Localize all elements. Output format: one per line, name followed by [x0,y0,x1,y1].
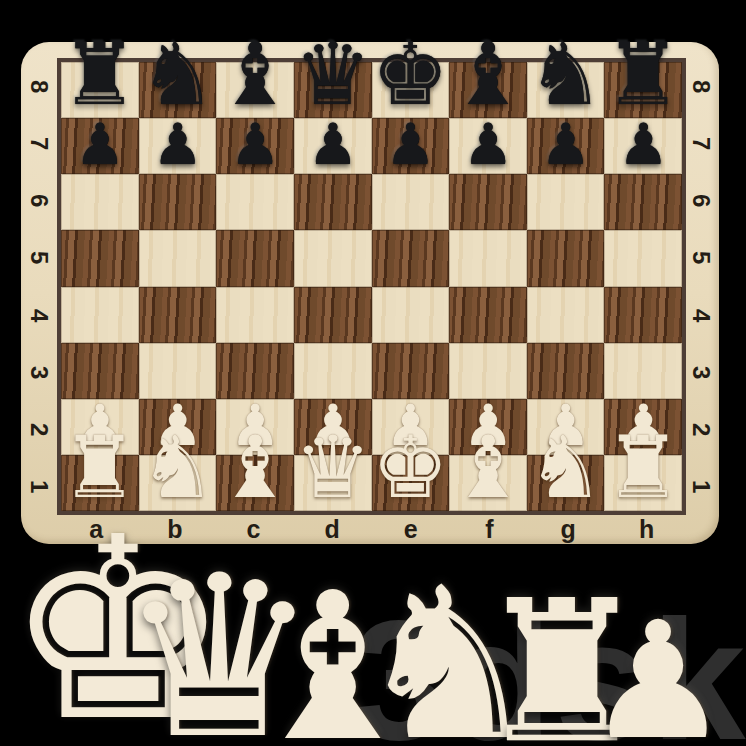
square-a7[interactable]: ♟ [61,118,139,174]
square-e6[interactable] [372,174,450,230]
square-a8[interactable]: ♜ [61,62,139,118]
file-label-f: f [450,515,529,544]
square-g6[interactable] [527,174,605,230]
square-g1[interactable]: ♞ [527,455,605,511]
piece-white-pawn-f2[interactable]: ♟ [462,397,513,454]
chess-board: 87654321 87654321 ♜♞♝♛♚♝♞♜♟♟♟♟♟♟♟♟♟♟♟♟♟♟… [21,42,719,544]
square-h3[interactable] [604,343,682,399]
square-e3[interactable] [372,343,450,399]
piece-black-pawn-c7[interactable]: ♟ [230,116,281,173]
squares-grid: ♜♞♝♛♚♝♞♜♟♟♟♟♟♟♟♟♟♟♟♟♟♟♟♟♜♞♝♛♚♝♞♜ [61,62,682,511]
file-label-e: e [372,515,451,544]
square-d1[interactable]: ♛ [294,455,372,511]
piece-black-rook-a8[interactable]: ♜ [61,31,138,117]
rank-labels-left: 87654321 [21,58,57,515]
square-b7[interactable]: ♟ [139,118,217,174]
square-b8[interactable]: ♞ [139,62,217,118]
piece-black-bishop-f8[interactable]: ♝ [449,31,526,117]
square-d8[interactable]: ♛ [294,62,372,118]
piece-white-pawn-b2[interactable]: ♟ [152,397,203,454]
square-g3[interactable] [527,343,605,399]
square-c4[interactable] [216,287,294,343]
square-c8[interactable]: ♝ [216,62,294,118]
square-g8[interactable]: ♞ [527,62,605,118]
square-f3[interactable] [449,343,527,399]
square-b4[interactable] [139,287,217,343]
square-b5[interactable] [139,230,217,286]
piece-black-pawn-g7[interactable]: ♟ [540,116,591,173]
square-e8[interactable]: ♚ [372,62,450,118]
piece-black-knight-b8[interactable]: ♞ [139,31,216,117]
piece-black-king-e8[interactable]: ♚ [372,31,449,117]
square-a5[interactable] [61,230,139,286]
square-h1[interactable]: ♜ [604,455,682,511]
square-g7[interactable]: ♟ [527,118,605,174]
square-h5[interactable] [604,230,682,286]
square-e7[interactable]: ♟ [372,118,450,174]
square-h6[interactable] [604,174,682,230]
scene: 87654321 87654321 ♜♞♝♛♚♝♞♜♟♟♟♟♟♟♟♟♟♟♟♟♟♟… [0,0,746,746]
square-d3[interactable] [294,343,372,399]
square-e4[interactable] [372,287,450,343]
square-d4[interactable] [294,287,372,343]
square-e1[interactable]: ♚ [372,455,450,511]
piece-black-pawn-d7[interactable]: ♟ [307,116,358,173]
square-d7[interactable]: ♟ [294,118,372,174]
square-a4[interactable] [61,287,139,343]
piece-black-pawn-f7[interactable]: ♟ [462,116,513,173]
square-f6[interactable] [449,174,527,230]
square-f2[interactable]: ♟ [449,399,527,455]
square-f4[interactable] [449,287,527,343]
piece-white-pawn-a2[interactable]: ♟ [74,397,125,454]
square-h7[interactable]: ♟ [604,118,682,174]
piece-white-pawn-c2[interactable]: ♟ [230,397,281,454]
piece-black-pawn-e7[interactable]: ♟ [385,116,436,173]
square-g2[interactable]: ♟ [527,399,605,455]
square-a3[interactable] [61,343,139,399]
square-f7[interactable]: ♟ [449,118,527,174]
square-d2[interactable]: ♟ [294,399,372,455]
rank-labels-right: 87654321 [683,58,719,515]
square-a2[interactable]: ♟ [61,399,139,455]
file-label-g: g [529,515,608,544]
square-b3[interactable] [139,343,217,399]
square-f5[interactable] [449,230,527,286]
showcase-pawn-piece: ♟ [585,600,730,746]
piece-black-knight-g8[interactable]: ♞ [527,31,604,117]
piece-black-pawn-a7[interactable]: ♟ [74,116,125,173]
square-h2[interactable]: ♟ [604,399,682,455]
square-c6[interactable] [216,174,294,230]
piece-black-queen-d8[interactable]: ♛ [294,31,371,117]
square-d5[interactable] [294,230,372,286]
piece-black-pawn-h7[interactable]: ♟ [618,116,669,173]
square-h8[interactable]: ♜ [604,62,682,118]
square-h4[interactable] [604,287,682,343]
file-label-h: h [607,515,686,544]
piece-black-pawn-b7[interactable]: ♟ [152,116,203,173]
square-e5[interactable] [372,230,450,286]
square-d6[interactable] [294,174,372,230]
piece-white-pawn-h2[interactable]: ♟ [618,397,669,454]
square-f1[interactable]: ♝ [449,455,527,511]
square-g4[interactable] [527,287,605,343]
piece-black-rook-h8[interactable]: ♜ [605,31,682,117]
square-c5[interactable] [216,230,294,286]
square-a6[interactable] [61,174,139,230]
square-f8[interactable]: ♝ [449,62,527,118]
piece-white-pawn-g2[interactable]: ♟ [540,397,591,454]
square-c3[interactable] [216,343,294,399]
board-frame: ♜♞♝♛♚♝♞♜♟♟♟♟♟♟♟♟♟♟♟♟♟♟♟♟♜♞♝♛♚♝♞♜ [57,58,686,515]
square-e2[interactable]: ♟ [372,399,450,455]
square-b6[interactable] [139,174,217,230]
square-c2[interactable]: ♟ [216,399,294,455]
piece-black-bishop-c8[interactable]: ♝ [217,31,294,117]
square-b2[interactable]: ♟ [139,399,217,455]
square-c7[interactable]: ♟ [216,118,294,174]
piece-white-pawn-e2[interactable]: ♟ [385,397,436,454]
piece-white-pawn-d2[interactable]: ♟ [307,397,358,454]
square-g5[interactable] [527,230,605,286]
